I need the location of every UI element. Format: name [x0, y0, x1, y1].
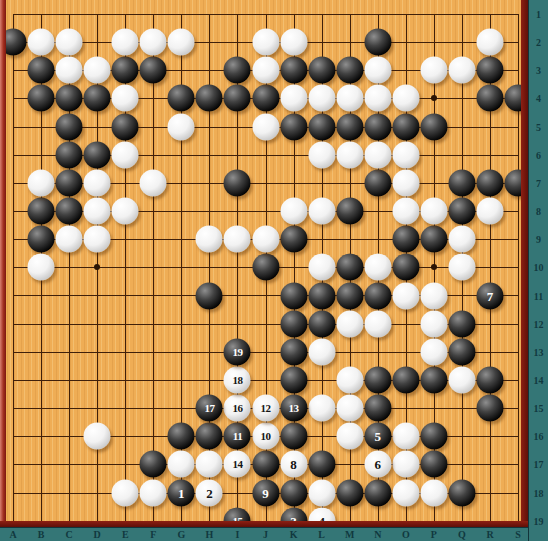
row-label-12: 12 [529, 318, 548, 329]
row-label-13: 13 [529, 346, 548, 357]
stone-black-b8 [28, 198, 55, 225]
stone-white-f2 [140, 29, 167, 56]
stone-black-r11: 7 [477, 282, 504, 309]
stone-white-o11 [392, 282, 419, 309]
stone-white-i14: 18 [224, 366, 251, 393]
stone-white-p11 [420, 282, 447, 309]
stone-white-o6 [392, 141, 419, 168]
col-label-q: Q [458, 528, 466, 541]
stone-white-b2 [28, 29, 55, 56]
stone-white-m4 [336, 85, 363, 112]
stone-black-f17 [140, 451, 167, 478]
move-number: 17 [204, 403, 214, 414]
stone-black-r3 [477, 57, 504, 84]
stone-black-r15 [477, 395, 504, 422]
stone-white-p3 [420, 57, 447, 84]
row-label-19: 19 [529, 515, 548, 526]
stone-black-i13: 19 [224, 338, 251, 365]
move-number: 10 [261, 431, 271, 442]
stone-black-n7 [364, 169, 391, 196]
row-label-7: 7 [529, 177, 548, 188]
stone-white-q10 [448, 254, 475, 281]
stone-white-n4 [364, 85, 391, 112]
stone-white-p8 [420, 198, 447, 225]
move-number: 2 [206, 486, 213, 499]
stone-white-b10 [28, 254, 55, 281]
stone-black-n11 [364, 282, 391, 309]
stone-black-o9 [392, 226, 419, 253]
stone-black-n15 [364, 395, 391, 422]
stone-white-j3 [252, 57, 279, 84]
row-label-18: 18 [529, 487, 548, 498]
row-label-16: 16 [529, 431, 548, 442]
stone-white-b7 [28, 169, 55, 196]
row-label-1: 1 [529, 9, 548, 20]
stone-white-p18 [420, 479, 447, 506]
row-label-14: 14 [529, 374, 548, 385]
stone-white-i17: 14 [224, 451, 251, 478]
stone-black-q12 [448, 310, 475, 337]
stone-white-k4 [280, 85, 307, 112]
move-number: 18 [232, 374, 242, 385]
stone-white-m14 [336, 366, 363, 393]
move-number: 9 [262, 486, 269, 499]
stone-black-c7 [56, 169, 83, 196]
stone-black-k18 [280, 479, 307, 506]
stone-black-q7 [448, 169, 475, 196]
move-number: 5 [375, 430, 382, 443]
stone-black-h16 [196, 423, 223, 450]
stone-white-c2 [56, 29, 83, 56]
stone-white-l4 [308, 85, 335, 112]
col-label-c: C [65, 528, 72, 541]
stone-black-p16 [420, 423, 447, 450]
stone-black-q13 [448, 338, 475, 365]
move-number: 13 [289, 403, 299, 414]
col-label-k: K [290, 528, 298, 541]
stone-black-j10 [252, 254, 279, 281]
row-label-10: 10 [529, 262, 548, 273]
stone-black-j18: 9 [252, 479, 279, 506]
stone-black-n18 [364, 479, 391, 506]
row-label-2: 2 [529, 37, 548, 48]
stone-white-n6 [364, 141, 391, 168]
stone-black-k12 [280, 310, 307, 337]
stone-white-h9 [196, 226, 223, 253]
stone-black-l12 [308, 310, 335, 337]
stone-white-g2 [168, 29, 195, 56]
stone-black-c4 [56, 85, 83, 112]
move-number: 7 [487, 289, 494, 302]
row-label-17: 17 [529, 459, 548, 470]
col-label-e: E [122, 528, 129, 541]
stone-white-d7 [84, 169, 111, 196]
stone-black-k3 [280, 57, 307, 84]
stone-white-i9 [224, 226, 251, 253]
stone-black-n5 [364, 113, 391, 140]
row-label-5: 5 [529, 121, 548, 132]
stone-white-f7 [140, 169, 167, 196]
stone-white-j9 [252, 226, 279, 253]
stone-white-n12 [364, 310, 391, 337]
stone-white-c3 [56, 57, 83, 84]
stone-white-k17: 8 [280, 451, 307, 478]
stone-white-e18 [112, 479, 139, 506]
move-number: 12 [261, 403, 271, 414]
col-label-p: P [431, 528, 437, 541]
col-label-n: N [374, 528, 381, 541]
stone-white-k8 [280, 198, 307, 225]
star-point-D10 [94, 264, 100, 270]
col-label-m: M [345, 528, 354, 541]
stone-black-g16 [168, 423, 195, 450]
stone-white-j2 [252, 29, 279, 56]
col-label-g: G [177, 528, 185, 541]
move-number: 14 [232, 459, 242, 470]
stone-black-c8 [56, 198, 83, 225]
stone-white-k2 [280, 29, 307, 56]
stone-black-d4 [84, 85, 111, 112]
stone-white-d9 [84, 226, 111, 253]
stone-black-j4 [252, 85, 279, 112]
stone-black-r4 [477, 85, 504, 112]
stone-white-j15: 12 [252, 395, 279, 422]
stone-black-k13 [280, 338, 307, 365]
move-number: 8 [290, 458, 297, 471]
stone-white-g5 [168, 113, 195, 140]
stone-black-m5 [336, 113, 363, 140]
stone-black-h11 [196, 282, 223, 309]
stone-white-l6 [308, 141, 335, 168]
stone-black-p17 [420, 451, 447, 478]
stone-white-g17 [168, 451, 195, 478]
move-number: 11 [233, 431, 242, 442]
stone-white-e8 [112, 198, 139, 225]
stone-white-p12 [420, 310, 447, 337]
stone-black-g18: 1 [168, 479, 195, 506]
col-label-j: J [263, 528, 268, 541]
stone-black-p9 [420, 226, 447, 253]
stone-white-c9 [56, 226, 83, 253]
col-label-l: L [318, 528, 325, 541]
stone-black-g4 [168, 85, 195, 112]
row-label-9: 9 [529, 234, 548, 245]
stone-black-j17 [252, 451, 279, 478]
stone-black-o10 [392, 254, 419, 281]
stone-white-p13 [420, 338, 447, 365]
stone-white-d8 [84, 198, 111, 225]
stone-black-n14 [364, 366, 391, 393]
stone-black-i16: 11 [224, 423, 251, 450]
stone-black-h4 [196, 85, 223, 112]
col-label-d: D [94, 528, 101, 541]
stone-white-l8 [308, 198, 335, 225]
stone-white-m12 [336, 310, 363, 337]
stone-black-m18 [336, 479, 363, 506]
stone-white-o8 [392, 198, 419, 225]
row-label-4: 4 [529, 93, 548, 104]
move-number: 1 [178, 486, 185, 499]
stone-black-n2 [364, 29, 391, 56]
stone-white-n3 [364, 57, 391, 84]
stone-white-m16 [336, 423, 363, 450]
stone-black-m8 [336, 198, 363, 225]
stone-white-o4 [392, 85, 419, 112]
stone-black-e3 [112, 57, 139, 84]
stone-white-l13 [308, 338, 335, 365]
stone-black-n16: 5 [364, 423, 391, 450]
col-label-h: H [206, 528, 214, 541]
stone-white-q3 [448, 57, 475, 84]
stone-white-m15 [336, 395, 363, 422]
stone-black-l3 [308, 57, 335, 84]
go-board-viewer: 12345678910111213141516171819 ABCDEFGHIJ… [0, 0, 548, 541]
col-label-r: R [486, 528, 493, 541]
col-label-i: I [236, 528, 240, 541]
stone-white-d3 [84, 57, 111, 84]
stone-white-o18 [392, 479, 419, 506]
stone-black-h15: 17 [196, 395, 223, 422]
board-edge-right [521, 0, 528, 527]
stone-black-m10 [336, 254, 363, 281]
stone-black-r7 [477, 169, 504, 196]
col-label-f: F [150, 528, 156, 541]
stone-white-m6 [336, 141, 363, 168]
stone-white-i15: 16 [224, 395, 251, 422]
stone-black-k16 [280, 423, 307, 450]
row-label-15: 15 [529, 403, 548, 414]
board-edge-left [0, 0, 6, 527]
stone-black-i3 [224, 57, 251, 84]
stone-white-n10 [364, 254, 391, 281]
row-label-11: 11 [529, 290, 548, 301]
stone-black-k5 [280, 113, 307, 140]
stone-black-o14 [392, 366, 419, 393]
stone-white-h17 [196, 451, 223, 478]
stone-black-p14 [420, 366, 447, 393]
stone-black-e5 [112, 113, 139, 140]
stone-black-l11 [308, 282, 335, 309]
row-label-3: 3 [529, 65, 548, 76]
stone-black-q8 [448, 198, 475, 225]
stone-black-m3 [336, 57, 363, 84]
col-label-s: S [515, 528, 521, 541]
stone-white-r2 [477, 29, 504, 56]
stone-black-k15: 13 [280, 395, 307, 422]
col-label-b: B [38, 528, 45, 541]
stone-white-f18 [140, 479, 167, 506]
stone-white-e4 [112, 85, 139, 112]
col-label-a: A [9, 528, 16, 541]
stone-black-i7 [224, 169, 251, 196]
stone-white-l10 [308, 254, 335, 281]
stone-black-d6 [84, 141, 111, 168]
stone-black-k14 [280, 366, 307, 393]
stone-black-k9 [280, 226, 307, 253]
stone-white-l18 [308, 479, 335, 506]
stone-white-o16 [392, 423, 419, 450]
move-number: 19 [232, 346, 242, 357]
row-label-6: 6 [529, 149, 548, 160]
star-point-P10 [431, 264, 437, 270]
stone-white-o7 [392, 169, 419, 196]
stone-white-n17: 6 [364, 451, 391, 478]
stone-black-i4 [224, 85, 251, 112]
stone-black-b9 [28, 226, 55, 253]
stone-white-q14 [448, 366, 475, 393]
stone-black-k11 [280, 282, 307, 309]
stone-white-j5 [252, 113, 279, 140]
stone-white-l15 [308, 395, 335, 422]
stone-black-c6 [56, 141, 83, 168]
star-point-P4 [431, 95, 437, 101]
stone-black-m11 [336, 282, 363, 309]
stone-white-h18: 2 [196, 479, 223, 506]
stone-black-b4 [28, 85, 55, 112]
stone-white-r8 [477, 198, 504, 225]
move-number: 6 [375, 458, 382, 471]
stone-black-l17 [308, 451, 335, 478]
stone-white-d16 [84, 423, 111, 450]
stone-white-o17 [392, 451, 419, 478]
stone-black-r14 [477, 366, 504, 393]
stone-black-q18 [448, 479, 475, 506]
col-label-o: O [402, 528, 410, 541]
stone-black-c5 [56, 113, 83, 140]
stone-white-e2 [112, 29, 139, 56]
stone-black-l5 [308, 113, 335, 140]
row-label-8: 8 [529, 206, 548, 217]
stone-white-e6 [112, 141, 139, 168]
stone-white-j16: 10 [252, 423, 279, 450]
stone-white-q9 [448, 226, 475, 253]
stone-black-b3 [28, 57, 55, 84]
stone-black-o5 [392, 113, 419, 140]
stone-black-p5 [420, 113, 447, 140]
stone-black-f3 [140, 57, 167, 84]
move-number: 16 [232, 403, 242, 414]
